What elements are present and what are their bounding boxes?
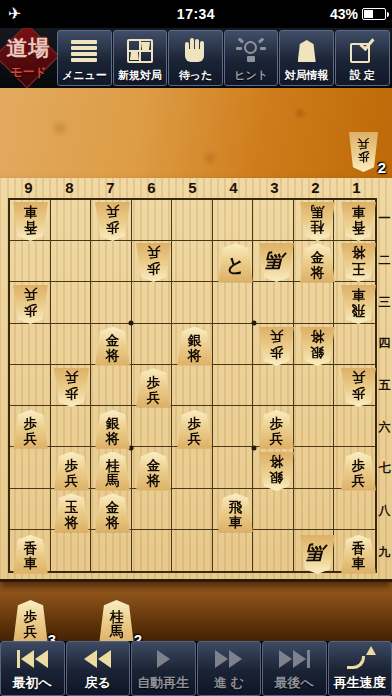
top-button-hint-bulb[interactable]: ヒント bbox=[224, 30, 279, 86]
piece-kanji: 桂馬 bbox=[106, 458, 120, 488]
board-cell[interactable] bbox=[172, 447, 213, 488]
board-cell[interactable] bbox=[132, 406, 173, 447]
file-label: 9 bbox=[8, 178, 49, 198]
board-cell[interactable] bbox=[294, 282, 335, 323]
top-button-game-info[interactable]: 対局情報 bbox=[279, 30, 334, 86]
piece-kanji: 香車 bbox=[352, 541, 366, 571]
new-game-icon bbox=[127, 34, 153, 68]
board-cell[interactable] bbox=[294, 489, 335, 530]
piece-kanji: 銀将 bbox=[270, 454, 284, 484]
top-button-label: 対局情報 bbox=[285, 68, 329, 83]
mode-badge-line1: 道場 bbox=[0, 34, 57, 62]
piece-kanji: 金将 bbox=[106, 333, 120, 363]
board-cell[interactable] bbox=[10, 241, 51, 282]
board-cell[interactable] bbox=[132, 282, 173, 323]
piece-kanji: 飛車 bbox=[352, 287, 366, 317]
board-cell[interactable] bbox=[253, 200, 294, 241]
piece-kanji: 歩兵 bbox=[24, 416, 38, 446]
file-label: 5 bbox=[172, 178, 213, 198]
piece-kanji: 銀将 bbox=[106, 416, 120, 446]
board-cell[interactable] bbox=[213, 200, 254, 241]
top-button-menu[interactable]: メニュー bbox=[57, 30, 112, 86]
replay-button-label: 最初へ bbox=[13, 674, 52, 692]
board-cell[interactable] bbox=[10, 447, 51, 488]
rank-label: 四 bbox=[377, 323, 392, 365]
board-cell[interactable] bbox=[253, 530, 294, 571]
autoplay-icon bbox=[157, 644, 170, 674]
board-cell[interactable] bbox=[10, 489, 51, 530]
board-cell[interactable] bbox=[51, 241, 92, 282]
board-cell[interactable] bbox=[132, 489, 173, 530]
top-button-label: 設 定 bbox=[350, 68, 375, 83]
board-cell[interactable] bbox=[51, 324, 92, 365]
dojo-mode-badge[interactable]: 道場 モード bbox=[0, 28, 57, 88]
star-point bbox=[129, 321, 134, 326]
rank-label: 五 bbox=[377, 365, 392, 407]
board-cell[interactable] bbox=[172, 282, 213, 323]
replay-toolbar: 最初へ戻る自動再生進 む最後へ再生速度 bbox=[0, 641, 392, 696]
board-cell[interactable] bbox=[334, 324, 375, 365]
top-button-label: 新規対局 bbox=[118, 68, 162, 83]
board-cell[interactable] bbox=[334, 406, 375, 447]
replay-button-replay-speed[interactable]: 再生速度 bbox=[328, 641, 392, 696]
undo-hand-icon bbox=[183, 34, 207, 68]
top-button-new-game[interactable]: 新規対局 bbox=[113, 30, 168, 86]
piece-kanji: 歩兵 bbox=[270, 416, 284, 446]
top-toolbar: 道場 モード メニュー新規対局待ったヒント対局情報設 定 bbox=[0, 28, 392, 88]
piece-kanji: 歩兵 bbox=[352, 458, 366, 488]
board-cell[interactable] bbox=[294, 406, 335, 447]
board-cell[interactable] bbox=[253, 282, 294, 323]
mode-badge-line2: モード bbox=[0, 64, 57, 81]
piece-kanji: 歩兵 bbox=[24, 287, 38, 317]
board-cell[interactable] bbox=[172, 365, 213, 406]
rank-label: 一 bbox=[377, 198, 392, 240]
file-label: 3 bbox=[254, 178, 295, 198]
piece-kanji: 歩兵 bbox=[65, 458, 79, 488]
battery-percent: 43% bbox=[330, 6, 358, 22]
replay-button-skip-to-start[interactable]: 最初へ bbox=[0, 641, 65, 696]
piece-kanji: 飛車 bbox=[229, 500, 243, 530]
piece-kanji: 王将 bbox=[352, 246, 366, 276]
piece-kanji: 歩兵 bbox=[147, 375, 161, 405]
piece-kanji: 銀将 bbox=[188, 333, 202, 363]
piece-kanji: 金将 bbox=[311, 250, 325, 280]
piece-kanji: 香車 bbox=[24, 204, 38, 234]
settings-icon bbox=[350, 34, 374, 68]
piece-kanji: 歩兵 bbox=[106, 204, 120, 234]
shogi-piece-gote[interactable]: 歩兵 bbox=[348, 132, 379, 172]
piece-kanji: 歩兵 bbox=[188, 416, 202, 446]
replay-button-label: 自動再生 bbox=[137, 674, 189, 692]
board-cell[interactable] bbox=[213, 282, 254, 323]
board-cell[interactable] bbox=[91, 241, 132, 282]
board-cell[interactable] bbox=[51, 282, 92, 323]
file-label: 8 bbox=[49, 178, 90, 198]
board-cell[interactable] bbox=[213, 406, 254, 447]
board-cell[interactable] bbox=[172, 530, 213, 571]
rank-labels: 一二三四五六七八九 bbox=[377, 198, 392, 573]
piece-kanji: 香車 bbox=[24, 541, 38, 571]
shogi-board: 987654321 香車歩兵桂馬香車歩兵と馬金将王将歩兵飛車金将銀将歩兵銀将歩兵… bbox=[0, 178, 392, 582]
board-cell[interactable] bbox=[91, 282, 132, 323]
gote-hand-count: 2 bbox=[378, 159, 386, 176]
replay-button-label: 進 む bbox=[214, 674, 244, 692]
piece-kanji: 銀将 bbox=[311, 329, 325, 359]
piece-kanji: 歩兵 bbox=[270, 329, 284, 359]
app-screen: ✈ 17:34 43% 道場 モード メニュー新規対局待ったヒント対局情報設 定… bbox=[0, 0, 392, 696]
board-cell[interactable] bbox=[213, 530, 254, 571]
rank-label: 八 bbox=[377, 490, 392, 532]
board-cell[interactable] bbox=[253, 489, 294, 530]
replay-button-step-forward[interactable]: 進 む bbox=[197, 641, 262, 696]
shogi-piece-sente[interactable]: 歩兵 bbox=[12, 600, 49, 644]
board-cell[interactable] bbox=[51, 406, 92, 447]
board-cell[interactable] bbox=[91, 530, 132, 571]
play-field: 歩兵2 987654321 香車歩兵桂馬香車歩兵と馬金将王将歩兵飛車金将銀将歩兵… bbox=[0, 88, 392, 645]
board-cell[interactable] bbox=[132, 200, 173, 241]
board-cell[interactable] bbox=[10, 324, 51, 365]
board-cell[interactable] bbox=[334, 489, 375, 530]
replay-button-label: 再生速度 bbox=[334, 674, 386, 692]
piece-kanji: 金将 bbox=[147, 458, 161, 488]
skip-to-start-icon bbox=[17, 644, 49, 674]
sente-hand-tray: 歩兵3桂馬2 bbox=[0, 600, 392, 645]
file-label: 4 bbox=[213, 178, 254, 198]
rank-label: 三 bbox=[377, 281, 392, 323]
piece-kanji: 桂馬 bbox=[110, 609, 124, 639]
piece-kanji: 桂馬 bbox=[311, 204, 325, 234]
top-button-settings[interactable]: 設 定 bbox=[335, 30, 390, 86]
board-cell[interactable] bbox=[51, 200, 92, 241]
piece-kanji: 金将 bbox=[106, 500, 120, 530]
piece-kanji: 歩兵 bbox=[24, 609, 38, 639]
star-point bbox=[252, 321, 257, 326]
piece-kanji: と bbox=[226, 255, 245, 276]
hint-bulb-icon bbox=[237, 34, 265, 68]
shogi-piece-sente[interactable]: 桂馬 bbox=[98, 600, 135, 644]
step-back-icon bbox=[84, 644, 111, 674]
piece-kanji: 馬 bbox=[308, 541, 327, 562]
replay-speed-icon bbox=[347, 644, 373, 674]
board-cell[interactable] bbox=[172, 241, 213, 282]
replay-button-label: 戻る bbox=[85, 674, 111, 692]
piece-kanji: 玉将 bbox=[65, 500, 79, 530]
piece-kanji: 歩兵 bbox=[147, 246, 161, 276]
board-cell[interactable] bbox=[172, 200, 213, 241]
step-forward-icon bbox=[215, 644, 242, 674]
top-button-label: メニュー bbox=[62, 68, 107, 83]
top-toolbar-buttons: メニュー新規対局待ったヒント対局情報設 定 bbox=[57, 30, 390, 86]
game-info-icon bbox=[298, 34, 316, 68]
battery-icon bbox=[362, 8, 386, 20]
star-point bbox=[252, 446, 257, 451]
replay-button-skip-to-end[interactable]: 最後へ bbox=[262, 641, 327, 696]
file-labels: 987654321 bbox=[8, 178, 377, 198]
board-cell[interactable] bbox=[213, 324, 254, 365]
file-label: 7 bbox=[90, 178, 131, 198]
board-cell[interactable] bbox=[51, 530, 92, 571]
replay-button-label: 最後へ bbox=[275, 674, 314, 692]
board-cell[interactable] bbox=[132, 324, 173, 365]
piece-kanji: 歩兵 bbox=[65, 371, 79, 401]
piece-kanji: 香車 bbox=[352, 204, 366, 234]
board-cell[interactable] bbox=[213, 447, 254, 488]
board-cell[interactable] bbox=[10, 365, 51, 406]
piece-kanji: 馬 bbox=[267, 250, 286, 271]
board-cell[interactable] bbox=[91, 365, 132, 406]
piece-kanji: 歩兵 bbox=[352, 371, 366, 401]
file-label: 6 bbox=[131, 178, 172, 198]
board-cell[interactable] bbox=[172, 489, 213, 530]
top-button-undo-hand[interactable]: 待った bbox=[168, 30, 223, 86]
board-cell[interactable] bbox=[213, 365, 254, 406]
rank-label: 九 bbox=[377, 531, 392, 573]
status-bar: ✈ 17:34 43% bbox=[0, 0, 392, 28]
file-label: 1 bbox=[336, 178, 377, 198]
gote-hand-tray: 歩兵2 bbox=[348, 132, 388, 182]
piece-kanji: 歩兵 bbox=[358, 137, 370, 163]
menu-icon bbox=[71, 34, 97, 68]
top-button-label: ヒント bbox=[234, 68, 268, 83]
replay-button-step-back[interactable]: 戻る bbox=[66, 641, 131, 696]
file-label: 2 bbox=[295, 178, 336, 198]
board-cell[interactable] bbox=[294, 365, 335, 406]
replay-button-autoplay[interactable]: 自動再生 bbox=[131, 641, 196, 696]
board-cell[interactable] bbox=[294, 447, 335, 488]
board-cell[interactable] bbox=[253, 365, 294, 406]
board-cell[interactable] bbox=[132, 530, 173, 571]
rank-label: 二 bbox=[377, 240, 392, 282]
skip-to-end-icon bbox=[279, 644, 311, 674]
rank-label: 六 bbox=[377, 406, 392, 448]
board-grid: 香車歩兵桂馬香車歩兵と馬金将王将歩兵飛車金将銀将歩兵銀将歩兵歩兵歩兵歩兵銀将歩兵… bbox=[8, 198, 377, 573]
rank-label: 七 bbox=[377, 448, 392, 490]
top-button-label: 待った bbox=[179, 68, 213, 83]
